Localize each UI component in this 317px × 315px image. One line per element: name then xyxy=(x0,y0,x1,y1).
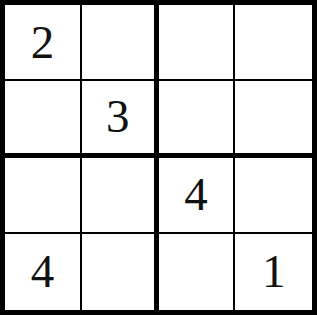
cell-value: 4 xyxy=(31,248,55,295)
cell-r2c3[interactable] xyxy=(159,81,236,157)
cell-r4c1[interactable]: 4 xyxy=(5,234,82,310)
cell-r1c1[interactable]: 2 xyxy=(5,5,82,81)
cell-value: 3 xyxy=(106,93,130,140)
cell-r4c2[interactable] xyxy=(82,234,159,310)
cell-r3c2[interactable] xyxy=(82,158,159,234)
cell-r3c1[interactable] xyxy=(5,158,82,234)
cell-r3c4[interactable] xyxy=(235,158,312,234)
cell-r3c3[interactable]: 4 xyxy=(159,158,236,234)
sudoku-board: 23441 xyxy=(0,0,317,315)
cell-r2c1[interactable] xyxy=(5,81,82,157)
cell-r2c2[interactable]: 3 xyxy=(82,81,159,157)
cell-r1c2[interactable] xyxy=(82,5,159,81)
cell-value: 1 xyxy=(262,248,286,295)
cell-r4c4[interactable]: 1 xyxy=(235,234,312,310)
cell-r2c4[interactable] xyxy=(235,81,312,157)
cell-r4c3[interactable] xyxy=(159,234,236,310)
cell-value: 4 xyxy=(184,171,208,218)
cell-r1c4[interactable] xyxy=(235,5,312,81)
cell-value: 2 xyxy=(31,19,55,66)
cell-r1c3[interactable] xyxy=(159,5,236,81)
